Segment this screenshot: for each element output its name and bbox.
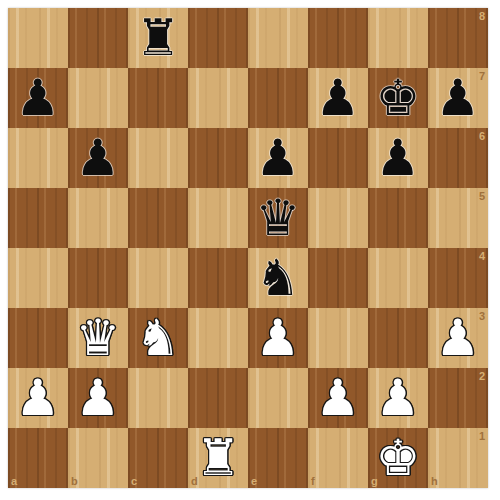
square-c4[interactable] [128, 248, 188, 308]
square-d1[interactable]: ♜d [188, 428, 248, 488]
rank-label-2: 2 [479, 370, 485, 382]
square-a2[interactable]: ♟ [8, 368, 68, 428]
square-c3[interactable]: ♞ [128, 308, 188, 368]
square-b7[interactable] [68, 68, 128, 128]
square-g7[interactable]: ♚ [368, 68, 428, 128]
file-label-c: c [131, 475, 137, 487]
square-d6[interactable] [188, 128, 248, 188]
rank-label-8: 8 [479, 10, 485, 22]
square-e2[interactable] [248, 368, 308, 428]
piece-white-pawn-b2[interactable]: ♟ [76, 368, 121, 428]
file-label-f: f [311, 475, 315, 487]
square-f7[interactable]: ♟ [308, 68, 368, 128]
square-b5[interactable] [68, 188, 128, 248]
square-h2[interactable]: 2 [428, 368, 488, 428]
square-f5[interactable] [308, 188, 368, 248]
square-h1[interactable]: h1 [428, 428, 488, 488]
square-a5[interactable] [8, 188, 68, 248]
square-b3[interactable]: ♛ [68, 308, 128, 368]
piece-white-pawn-g2[interactable]: ♟ [376, 368, 421, 428]
square-f1[interactable]: f [308, 428, 368, 488]
file-label-b: b [71, 475, 78, 487]
piece-white-knight-c3[interactable]: ♞ [136, 308, 181, 368]
square-a3[interactable] [8, 308, 68, 368]
square-f4[interactable] [308, 248, 368, 308]
square-c6[interactable] [128, 128, 188, 188]
piece-black-queen-e5[interactable]: ♛ [256, 188, 301, 248]
square-d5[interactable] [188, 188, 248, 248]
square-b2[interactable]: ♟ [68, 368, 128, 428]
square-h8[interactable]: 8 [428, 8, 488, 68]
square-b6[interactable]: ♟ [68, 128, 128, 188]
square-f8[interactable] [308, 8, 368, 68]
square-f6[interactable] [308, 128, 368, 188]
piece-white-pawn-e3[interactable]: ♟ [256, 308, 301, 368]
chess-board: ♜8♟♟♚♟7♟♟♟6♛5♞4♛♞♟♟3♟♟♟♟2abc♜def♚gh1 [8, 8, 488, 488]
square-c8[interactable]: ♜ [128, 8, 188, 68]
rank-label-1: 1 [479, 430, 485, 442]
square-g4[interactable] [368, 248, 428, 308]
piece-black-knight-e4[interactable]: ♞ [256, 248, 301, 308]
square-f2[interactable]: ♟ [308, 368, 368, 428]
square-g6[interactable]: ♟ [368, 128, 428, 188]
square-d4[interactable] [188, 248, 248, 308]
piece-black-pawn-f7[interactable]: ♟ [316, 68, 361, 128]
square-c7[interactable] [128, 68, 188, 128]
square-g1[interactable]: ♚g [368, 428, 428, 488]
square-a4[interactable] [8, 248, 68, 308]
square-h3[interactable]: ♟3 [428, 308, 488, 368]
rank-label-4: 4 [479, 250, 485, 262]
piece-black-pawn-g6[interactable]: ♟ [376, 128, 421, 188]
piece-white-pawn-h3[interactable]: ♟ [436, 308, 481, 368]
file-label-e: e [251, 475, 257, 487]
piece-white-pawn-a2[interactable]: ♟ [16, 368, 61, 428]
square-e8[interactable] [248, 8, 308, 68]
square-c2[interactable] [128, 368, 188, 428]
square-d7[interactable] [188, 68, 248, 128]
square-b8[interactable] [68, 8, 128, 68]
rank-label-6: 6 [479, 130, 485, 142]
rank-label-5: 5 [479, 190, 485, 202]
file-label-h: h [431, 475, 438, 487]
piece-black-pawn-h7[interactable]: ♟ [436, 68, 481, 128]
square-e3[interactable]: ♟ [248, 308, 308, 368]
square-c1[interactable]: c [128, 428, 188, 488]
piece-white-rook-d1[interactable]: ♜ [196, 428, 241, 488]
piece-white-pawn-f2[interactable]: ♟ [316, 368, 361, 428]
square-h6[interactable]: 6 [428, 128, 488, 188]
chess-app-screen: ♜8♟♟♚♟7♟♟♟6♛5♞4♛♞♟♟3♟♟♟♟2abc♜def♚gh1 [0, 0, 500, 500]
piece-black-pawn-a7[interactable]: ♟ [16, 68, 61, 128]
piece-black-rook-c8[interactable]: ♜ [136, 8, 181, 68]
square-g8[interactable] [368, 8, 428, 68]
square-h4[interactable]: 4 [428, 248, 488, 308]
square-e1[interactable]: e [248, 428, 308, 488]
square-d8[interactable] [188, 8, 248, 68]
square-a7[interactable]: ♟ [8, 68, 68, 128]
square-h5[interactable]: 5 [428, 188, 488, 248]
piece-white-king-g1[interactable]: ♚ [376, 428, 421, 488]
square-f3[interactable] [308, 308, 368, 368]
square-h7[interactable]: ♟7 [428, 68, 488, 128]
square-b4[interactable] [68, 248, 128, 308]
square-a8[interactable] [8, 8, 68, 68]
square-c5[interactable] [128, 188, 188, 248]
square-g2[interactable]: ♟ [368, 368, 428, 428]
square-e5[interactable]: ♛ [248, 188, 308, 248]
piece-black-pawn-e6[interactable]: ♟ [256, 128, 301, 188]
square-a6[interactable] [8, 128, 68, 188]
piece-black-king-g7[interactable]: ♚ [376, 68, 421, 128]
square-a1[interactable]: a [8, 428, 68, 488]
square-g3[interactable] [368, 308, 428, 368]
piece-white-queen-b3[interactable]: ♛ [76, 308, 121, 368]
square-g5[interactable] [368, 188, 428, 248]
square-e4[interactable]: ♞ [248, 248, 308, 308]
square-b1[interactable]: b [68, 428, 128, 488]
square-d3[interactable] [188, 308, 248, 368]
file-label-a: a [11, 475, 17, 487]
square-e6[interactable]: ♟ [248, 128, 308, 188]
square-e7[interactable] [248, 68, 308, 128]
piece-black-pawn-b6[interactable]: ♟ [76, 128, 121, 188]
square-d2[interactable] [188, 368, 248, 428]
